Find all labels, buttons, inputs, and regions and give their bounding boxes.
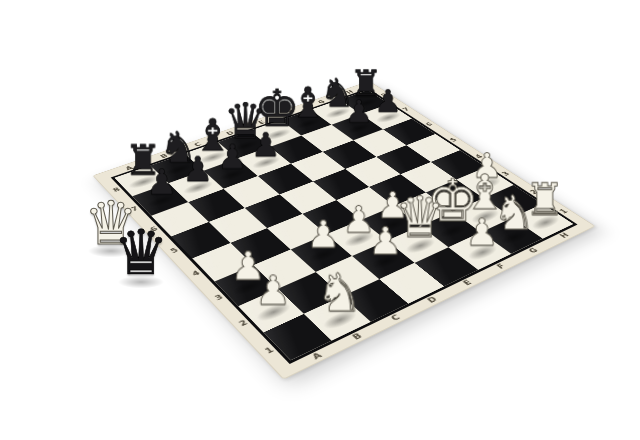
rank-label-3-left: 3 xyxy=(213,293,225,302)
rank-label-2-left: 2 xyxy=(237,318,249,327)
rank-label-5-left: 5 xyxy=(169,246,180,254)
chess-set-photo: ♜♞♝♛♚♝♞♜♟♟♟♟♟♟♟♟♟♟♟♟♟♛♚♝♞♟♞♜ AA11BB22CC3… xyxy=(0,0,640,440)
board-grid: ♜♞♝♛♚♝♞♜♟♟♟♟♟♟♟♟♟♟♟♟♟♛♚♝♞♟♞♜ xyxy=(115,90,573,360)
black-pawn-a7: ♟ xyxy=(145,165,176,200)
rank-label-7-right: 7 xyxy=(401,107,411,112)
file-label-c-bottom: C xyxy=(389,313,402,322)
rank-label-4-left: 4 xyxy=(190,269,201,277)
file-label-b-bottom: B xyxy=(350,331,364,341)
black-pawn-d7: ♟ xyxy=(250,129,280,162)
rank-label-5-right: 5 xyxy=(448,137,458,143)
file-label-g-bottom: G xyxy=(527,246,540,254)
file-label-f-bottom: F xyxy=(495,262,508,270)
black-pawn-h7: ♟ xyxy=(374,86,402,117)
white-knight-b1: ♞ xyxy=(315,266,362,319)
black-pawn-b7: ♟ xyxy=(182,153,213,187)
file-label-h-bottom: H xyxy=(558,231,571,239)
file-label-d-bottom: D xyxy=(425,295,439,304)
file-label-e-bottom: E xyxy=(461,278,474,286)
white-pawn-f1: ♟ xyxy=(464,214,498,252)
black-pawn-g7: ♟ xyxy=(344,96,372,127)
white-pawn-c3: ♟ xyxy=(306,216,340,254)
rank-label-6-right: 6 xyxy=(424,121,434,126)
file-label-a-bottom: A xyxy=(310,351,324,361)
white-pawn-d2: ♟ xyxy=(368,223,402,261)
rank-label-1-left: 1 xyxy=(262,345,275,355)
black-pawn-c7: ♟ xyxy=(217,141,247,175)
off-board-black-queen: ♛ xyxy=(113,222,169,284)
white-pawn-a2: ♟ xyxy=(254,271,290,312)
